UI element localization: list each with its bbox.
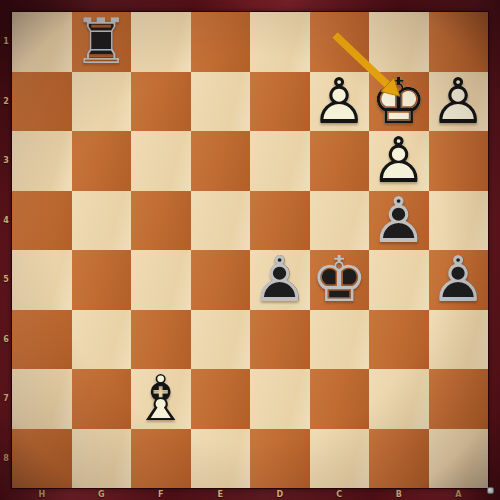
piece-outline-glyph: ♔ <box>310 250 370 310</box>
piece-outline-glyph: ♙ <box>429 72 489 132</box>
square-a1[interactable] <box>429 12 489 72</box>
black-pawn[interactable]: ♟♙ <box>429 250 489 310</box>
square-a2[interactable]: ♟♙ <box>429 72 489 132</box>
square-g7[interactable] <box>72 369 132 429</box>
black-rook[interactable]: ♜♖ <box>72 12 132 72</box>
file-label-H: H <box>12 488 72 500</box>
square-b3[interactable]: ♟♙ <box>369 131 429 191</box>
file-label-C: C <box>310 488 370 500</box>
piece-outline-glyph: ♙ <box>250 250 310 310</box>
board: ♜♖♟♙♚♔♟♙♟♙♟♙♟♙♚♔♟♙♝♗ <box>12 12 488 488</box>
square-h6[interactable] <box>12 310 72 370</box>
square-g8[interactable] <box>72 429 132 489</box>
square-c7[interactable] <box>310 369 370 429</box>
square-e7[interactable] <box>191 369 251 429</box>
rank-label-2: 2 <box>0 72 12 132</box>
square-a5[interactable]: ♟♙ <box>429 250 489 310</box>
square-g2[interactable] <box>72 72 132 132</box>
rank-label-7: 7 <box>0 369 12 429</box>
square-d1[interactable] <box>250 12 310 72</box>
piece-outline-glyph: ♙ <box>369 191 429 251</box>
square-a6[interactable] <box>429 310 489 370</box>
square-h5[interactable] <box>12 250 72 310</box>
square-g6[interactable] <box>72 310 132 370</box>
square-c1[interactable] <box>310 12 370 72</box>
white-pawn[interactable]: ♟♙ <box>310 72 370 132</box>
square-c3[interactable] <box>310 131 370 191</box>
square-f5[interactable] <box>131 250 191 310</box>
square-d4[interactable] <box>250 191 310 251</box>
piece-outline-glyph: ♙ <box>369 131 429 191</box>
square-f7[interactable]: ♝♗ <box>131 369 191 429</box>
rank-label-5: 5 <box>0 250 12 310</box>
square-b5[interactable] <box>369 250 429 310</box>
square-d8[interactable] <box>250 429 310 489</box>
square-e5[interactable] <box>191 250 251 310</box>
square-b8[interactable] <box>369 429 429 489</box>
piece-outline-glyph: ♙ <box>310 72 370 132</box>
file-label-B: B <box>369 488 429 500</box>
square-a8[interactable] <box>429 429 489 489</box>
corner-dot[interactable] <box>487 487 494 494</box>
rank-label-1: 1 <box>0 12 12 72</box>
piece-outline-glyph: ♖ <box>72 12 132 72</box>
square-d6[interactable] <box>250 310 310 370</box>
white-bishop[interactable]: ♝♗ <box>131 369 191 429</box>
square-h8[interactable] <box>12 429 72 489</box>
file-label-A: A <box>429 488 489 500</box>
black-king[interactable]: ♚♔ <box>310 250 370 310</box>
rank-label-4: 4 <box>0 191 12 251</box>
file-label-F: F <box>131 488 191 500</box>
square-e4[interactable] <box>191 191 251 251</box>
black-pawn[interactable]: ♟♙ <box>369 191 429 251</box>
square-f2[interactable] <box>131 72 191 132</box>
square-a7[interactable] <box>429 369 489 429</box>
square-f4[interactable] <box>131 191 191 251</box>
square-h7[interactable] <box>12 369 72 429</box>
file-label-G: G <box>72 488 132 500</box>
square-d7[interactable] <box>250 369 310 429</box>
square-e2[interactable] <box>191 72 251 132</box>
square-g5[interactable] <box>72 250 132 310</box>
piece-outline-glyph: ♙ <box>429 250 489 310</box>
square-d3[interactable] <box>250 131 310 191</box>
square-b6[interactable] <box>369 310 429 370</box>
file-label-D: D <box>250 488 310 500</box>
square-d2[interactable] <box>250 72 310 132</box>
square-b4[interactable]: ♟♙ <box>369 191 429 251</box>
square-f3[interactable] <box>131 131 191 191</box>
piece-outline-glyph: ♗ <box>131 369 191 429</box>
board-frame: ♜♖♟♙♚♔♟♙♟♙♟♙♟♙♚♔♟♙♝♗ 12345678HGFEDCBA <box>0 0 500 500</box>
square-c4[interactable] <box>310 191 370 251</box>
square-g1[interactable]: ♜♖ <box>72 12 132 72</box>
square-f8[interactable] <box>131 429 191 489</box>
square-h3[interactable] <box>12 131 72 191</box>
square-e8[interactable] <box>191 429 251 489</box>
square-b7[interactable] <box>369 369 429 429</box>
piece-outline-glyph: ♔ <box>369 72 429 132</box>
square-h4[interactable] <box>12 191 72 251</box>
square-b2[interactable]: ♚♔ <box>369 72 429 132</box>
square-f1[interactable] <box>131 12 191 72</box>
square-h2[interactable] <box>12 72 72 132</box>
square-a3[interactable] <box>429 131 489 191</box>
square-c2[interactable]: ♟♙ <box>310 72 370 132</box>
square-g3[interactable] <box>72 131 132 191</box>
square-c8[interactable] <box>310 429 370 489</box>
square-b1[interactable] <box>369 12 429 72</box>
white-pawn[interactable]: ♟♙ <box>369 131 429 191</box>
square-f6[interactable] <box>131 310 191 370</box>
rank-label-3: 3 <box>0 131 12 191</box>
square-e3[interactable] <box>191 131 251 191</box>
square-h1[interactable] <box>12 12 72 72</box>
square-e6[interactable] <box>191 310 251 370</box>
square-d5[interactable]: ♟♙ <box>250 250 310 310</box>
file-label-E: E <box>191 488 251 500</box>
black-pawn[interactable]: ♟♙ <box>250 250 310 310</box>
square-g4[interactable] <box>72 191 132 251</box>
rank-label-8: 8 <box>0 429 12 489</box>
square-c6[interactable] <box>310 310 370 370</box>
white-pawn[interactable]: ♟♙ <box>429 72 489 132</box>
rank-label-6: 6 <box>0 310 12 370</box>
square-e1[interactable] <box>191 12 251 72</box>
square-c5[interactable]: ♚♔ <box>310 250 370 310</box>
square-a4[interactable] <box>429 191 489 251</box>
white-king[interactable]: ♚♔ <box>369 72 429 132</box>
